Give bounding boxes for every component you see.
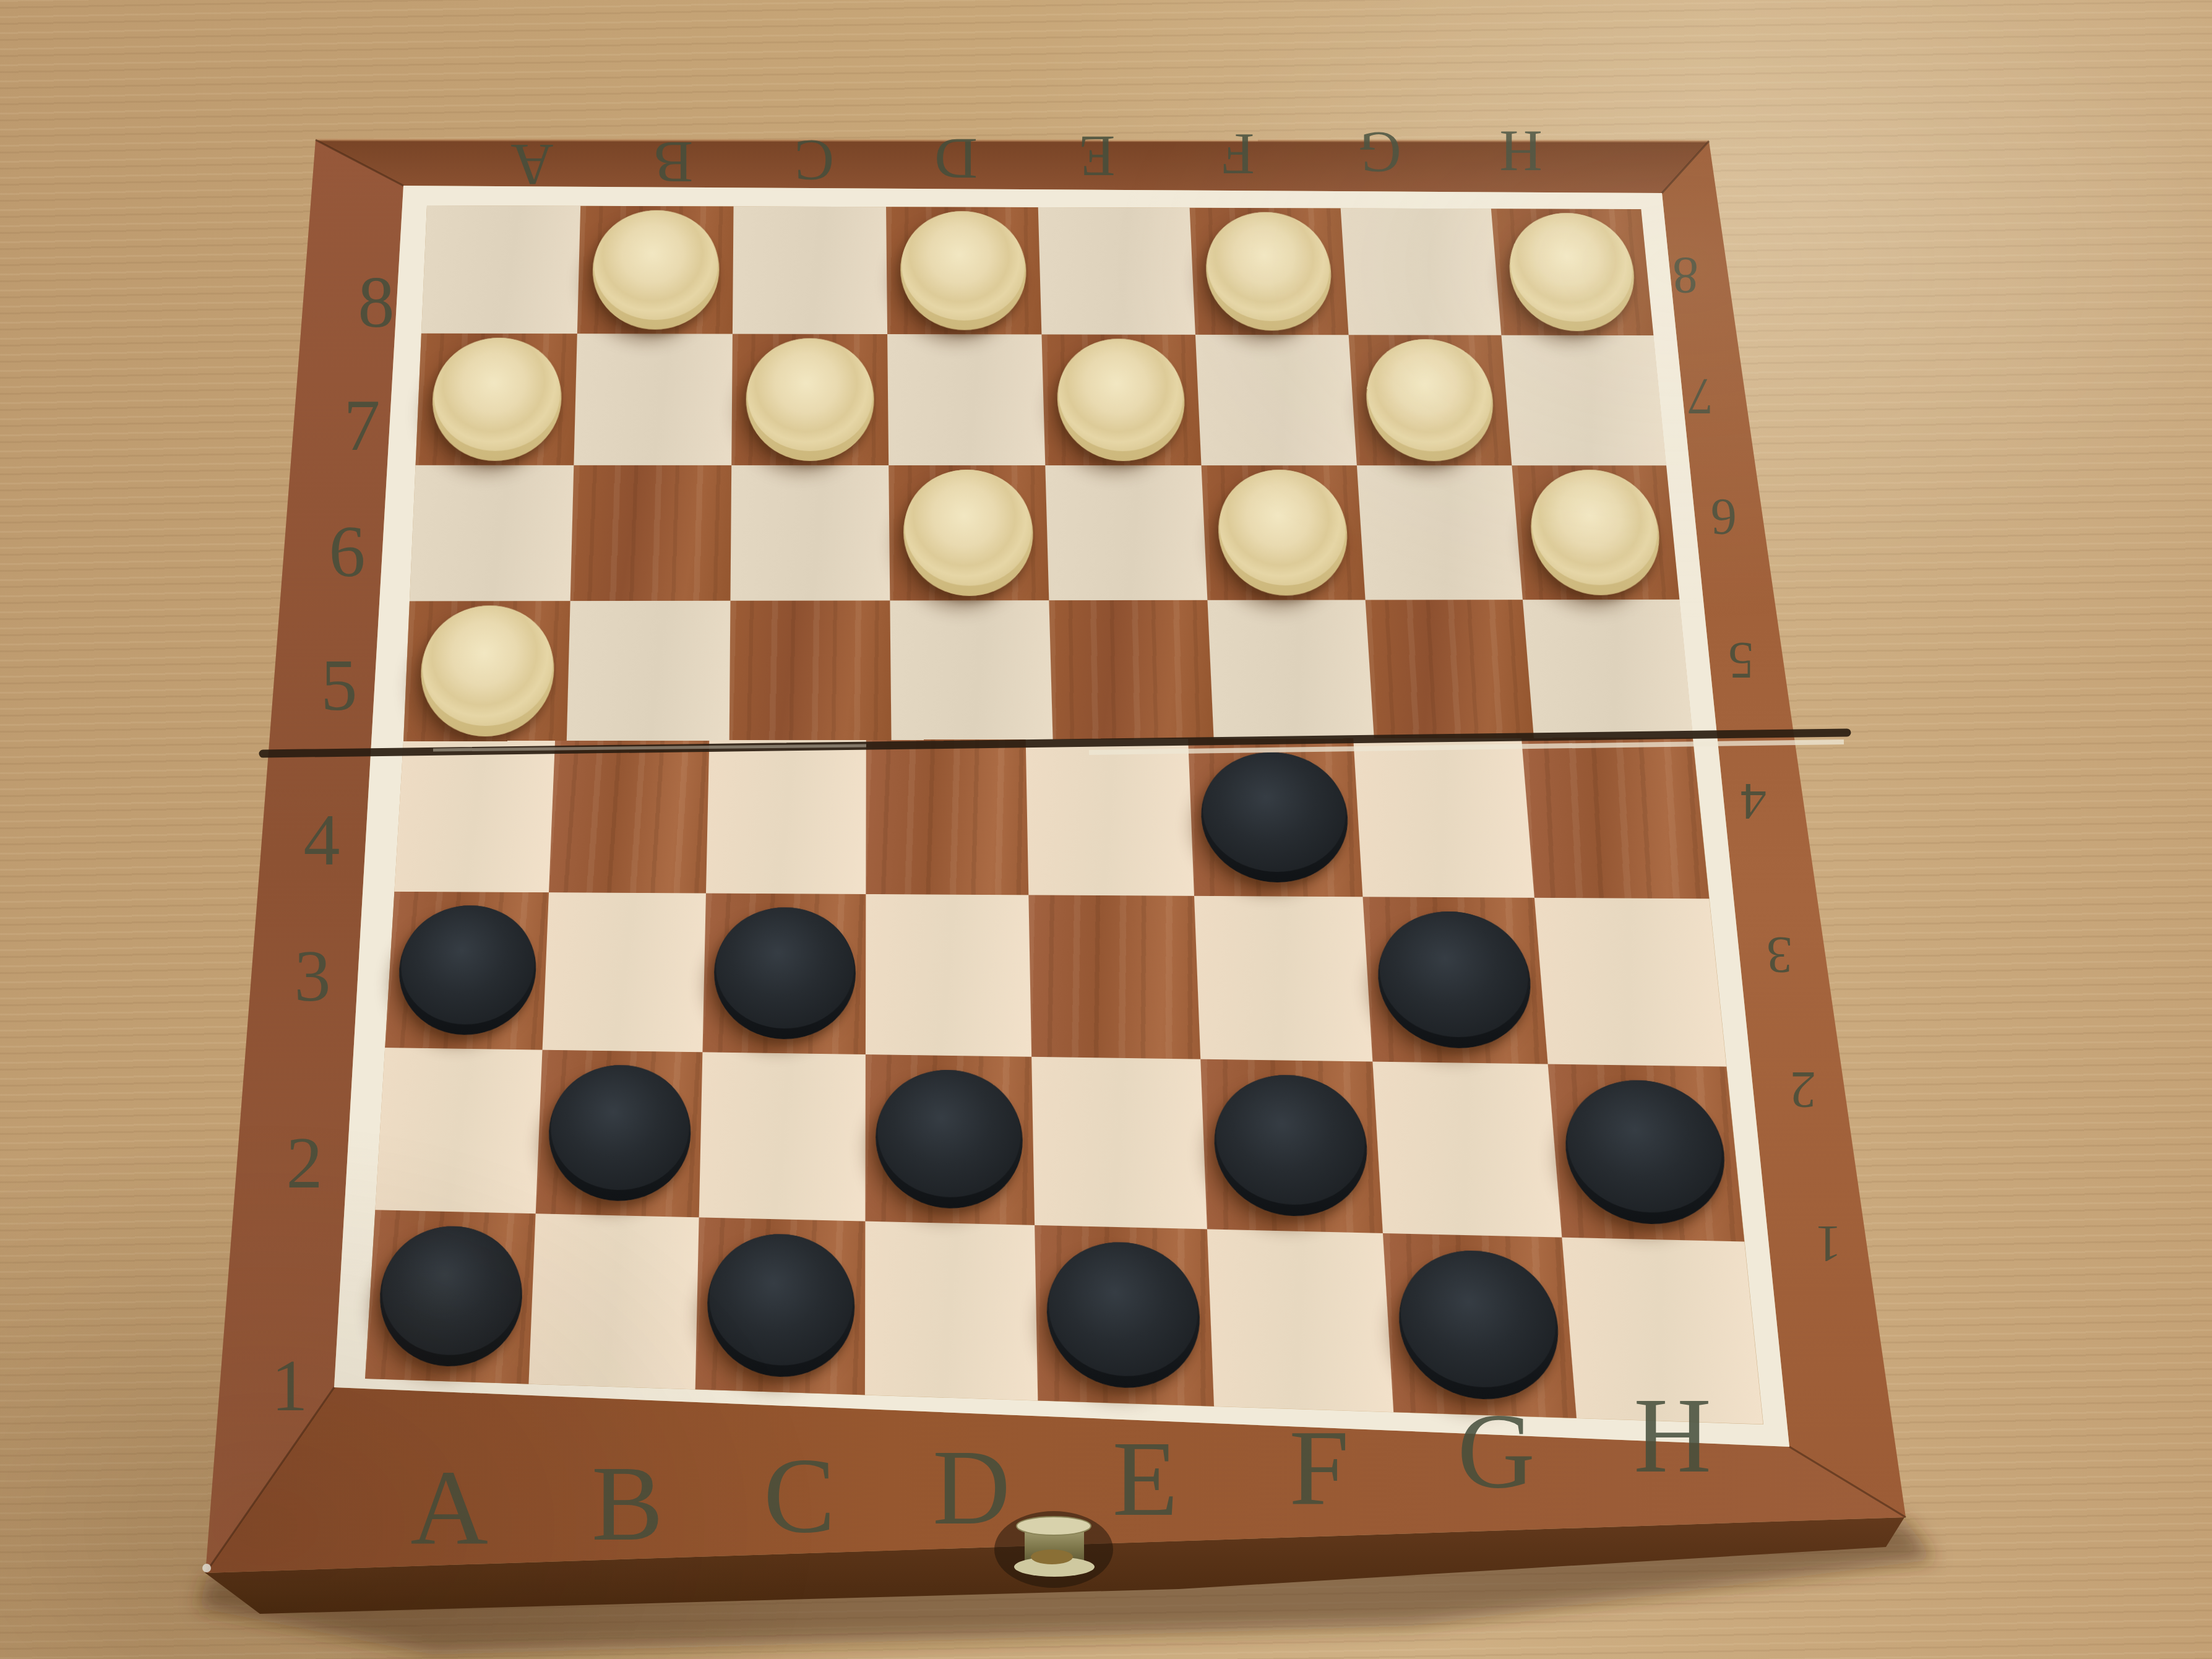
rank-label-left-2: 2	[286, 1127, 323, 1200]
brass-latch	[994, 1511, 1113, 1588]
square-b3	[543, 892, 706, 1052]
file-label-bottom-f: F	[1289, 1414, 1349, 1522]
board-lower-half	[365, 738, 1763, 1424]
square-d5	[890, 600, 1052, 740]
rank-label-right-6: 6	[1711, 491, 1737, 543]
square-g5	[1366, 600, 1534, 738]
square-g6	[1357, 465, 1523, 600]
square-c8	[733, 207, 887, 334]
board-photo-scene: ABCDEFGHABCDEFGH8765432187654321	[0, 0, 2212, 1659]
square-h3	[1534, 898, 1726, 1067]
square-c5	[729, 600, 892, 740]
rank-label-right-5: 5	[1728, 634, 1754, 686]
rank-label-left-5: 5	[321, 649, 358, 722]
square-f3	[1194, 896, 1372, 1062]
square-d1	[865, 1222, 1038, 1401]
square-b1	[528, 1213, 699, 1389]
square-a2	[375, 1048, 542, 1213]
piece-light-b8	[592, 210, 720, 330]
rank-label-right-4: 4	[1741, 775, 1767, 827]
rank-label-right-2: 2	[1790, 1064, 1816, 1116]
square-h7	[1501, 335, 1666, 466]
square-d3	[866, 894, 1031, 1057]
square-g4	[1353, 738, 1534, 898]
frame-top-band	[316, 140, 1709, 193]
board-upper-half	[403, 205, 1693, 741]
square-g2	[1372, 1062, 1562, 1238]
square-g8	[1341, 209, 1502, 335]
square-d4	[866, 739, 1028, 895]
square-c4	[706, 740, 866, 894]
square-e8	[1038, 207, 1195, 335]
square-b6	[570, 465, 732, 601]
file-label-bottom-e: E	[1112, 1425, 1178, 1533]
square-f7	[1195, 335, 1357, 465]
frame-top-edge-highlight	[316, 140, 1709, 141]
rank-label-right-8: 8	[1672, 249, 1698, 301]
square-e6	[1045, 465, 1207, 600]
file-label-top-g: G	[1358, 123, 1401, 182]
file-label-bottom-b: B	[592, 1450, 663, 1558]
square-e5	[1049, 600, 1213, 739]
board-cast-shadow	[198, 1520, 1935, 1655]
square-b5	[567, 601, 731, 741]
square-c2	[699, 1052, 866, 1221]
rank-label-left-8: 8	[358, 266, 395, 339]
square-a6	[410, 465, 574, 601]
square-e4	[1026, 739, 1194, 896]
file-label-top-h: H	[1499, 121, 1542, 181]
piece-light-d6	[903, 470, 1035, 596]
file-label-top-d: D	[934, 129, 977, 188]
square-b4	[549, 741, 709, 894]
square-e2	[1031, 1057, 1207, 1230]
square-h4	[1521, 738, 1709, 898]
rank-label-left-7: 7	[344, 389, 381, 462]
square-c6	[730, 465, 890, 601]
rank-label-right-3: 3	[1767, 929, 1792, 981]
square-b7	[574, 334, 733, 465]
file-label-top-f: F	[1221, 124, 1254, 184]
rank-label-left-3: 3	[295, 940, 331, 1013]
piece-light-c7	[746, 338, 874, 460]
file-label-top-c: C	[794, 131, 834, 190]
file-label-bottom-d: D	[932, 1434, 1010, 1541]
square-d7	[887, 334, 1045, 465]
board-side-face	[205, 1517, 1904, 1614]
file-label-bottom-a: A	[410, 1454, 488, 1562]
square-h5	[1523, 600, 1693, 738]
square-f5	[1207, 600, 1374, 739]
rank-label-left-6: 6	[329, 515, 366, 588]
rank-label-right-1: 1	[1815, 1218, 1841, 1270]
square-a4	[394, 741, 555, 892]
square-a8	[421, 205, 580, 334]
rank-label-left-4: 4	[304, 804, 340, 877]
corner-staple-glint	[202, 1564, 211, 1572]
square-f1	[1207, 1229, 1393, 1412]
file-label-bottom-c: C	[764, 1442, 835, 1549]
rank-label-right-7: 7	[1687, 370, 1713, 422]
square-h1	[1562, 1238, 1763, 1424]
rank-label-left-1: 1	[272, 1350, 308, 1423]
file-label-top-a: A	[510, 135, 553, 194]
file-label-top-e: E	[1079, 126, 1116, 186]
square-e3	[1028, 895, 1200, 1059]
file-label-top-b: B	[653, 132, 693, 192]
